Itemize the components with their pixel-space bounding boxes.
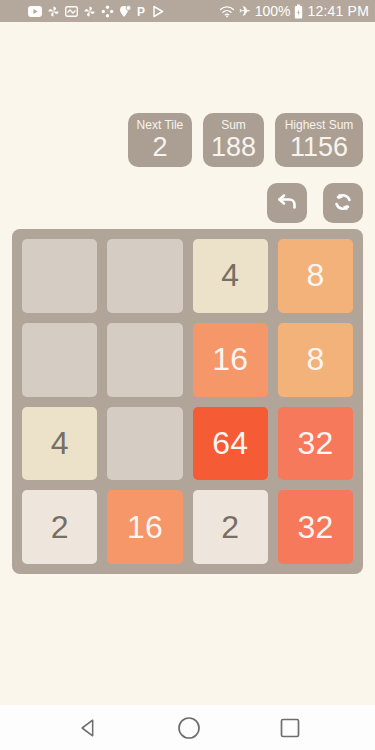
tile-4: 4 xyxy=(193,239,268,313)
empty-cell xyxy=(107,323,182,397)
empty-cell xyxy=(22,239,97,313)
system-indicators: ✈ 100% 12:41 PM xyxy=(219,3,369,19)
next-tile-label: Next Tile xyxy=(137,118,184,132)
notification-icons: P xyxy=(28,5,164,18)
empty-cell xyxy=(107,239,182,313)
tile-8: 8 xyxy=(278,239,353,313)
empty-cell xyxy=(107,407,182,481)
navigation-bar xyxy=(0,705,375,750)
highest-sum-label: Highest Sum xyxy=(285,118,354,132)
gallery-icon xyxy=(65,6,78,17)
sum-box: Sum 188 xyxy=(203,113,264,167)
scoreboard: Next Tile 2 Sum 188 Highest Sum 1156 xyxy=(128,113,363,167)
next-tile-value: 2 xyxy=(152,132,167,162)
tile-16: 16 xyxy=(107,490,182,564)
tile-8: 8 xyxy=(278,323,353,397)
tile-32: 32 xyxy=(278,490,353,564)
toolbar xyxy=(267,183,363,223)
cluster-icon xyxy=(101,5,114,18)
tile-64: 64 xyxy=(193,407,268,481)
clock: 12:41 PM xyxy=(307,3,369,19)
battery-icon xyxy=(294,4,303,19)
svg-text:P: P xyxy=(137,5,145,18)
wifi-icon xyxy=(219,5,235,18)
back-icon[interactable] xyxy=(74,705,104,750)
airplane-mode-icon: ✈ xyxy=(239,4,251,18)
tile-2: 2 xyxy=(193,490,268,564)
restart-button[interactable] xyxy=(323,183,363,223)
undo-button[interactable] xyxy=(267,183,307,223)
highest-sum-box: Highest Sum 1156 xyxy=(275,113,363,167)
screen: P ✈ 100% 12:41 PM Next Tile 2 Sum 188 xyxy=(0,0,375,750)
youtube-icon xyxy=(28,6,42,17)
restart-icon xyxy=(331,190,355,217)
undo-icon xyxy=(275,190,299,217)
photos-pinwheel-icon-2 xyxy=(83,5,96,18)
status-bar[interactable]: P ✈ 100% 12:41 PM xyxy=(0,0,375,22)
tile-16: 16 xyxy=(193,323,268,397)
play-p-icon: P xyxy=(136,5,147,18)
maps-pin-icon xyxy=(119,5,131,18)
battery-percent: 100% xyxy=(255,3,291,19)
tile-2: 2 xyxy=(22,490,97,564)
sum-label: Sum xyxy=(221,118,246,132)
sum-value: 188 xyxy=(211,132,256,162)
photos-pinwheel-icon xyxy=(47,5,60,18)
highest-sum-value: 1156 xyxy=(290,132,348,162)
empty-cell xyxy=(22,323,97,397)
game-board[interactable]: 4816846432216232 xyxy=(12,229,363,574)
play-store-icon xyxy=(152,5,164,18)
tile-4: 4 xyxy=(22,407,97,481)
recents-icon[interactable] xyxy=(275,705,305,750)
tile-32: 32 xyxy=(278,407,353,481)
home-icon[interactable] xyxy=(174,705,204,750)
next-tile-box: Next Tile 2 xyxy=(128,113,192,167)
